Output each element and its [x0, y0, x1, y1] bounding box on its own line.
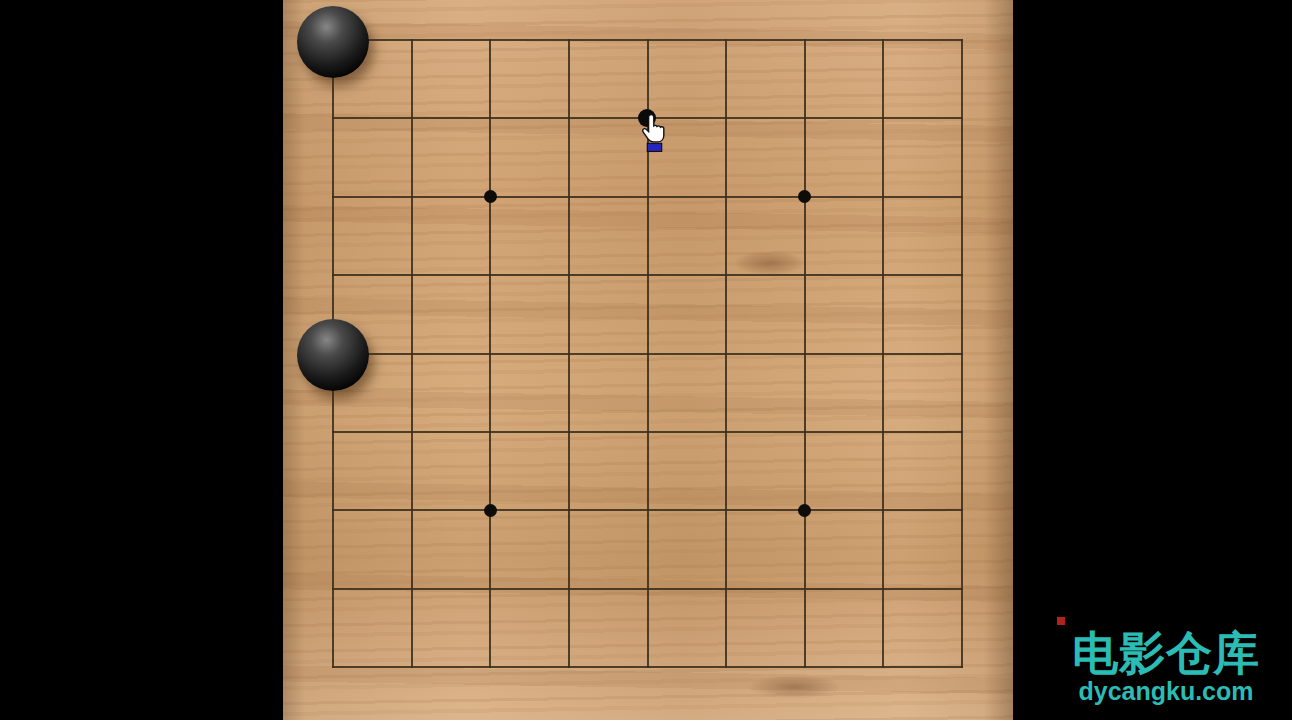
intersection-a9[interactable] [294, 1, 373, 79]
star-point-cell [451, 158, 530, 236]
star-point-cell [765, 471, 844, 549]
watermark: 电影仓库 dycangku.com [1070, 630, 1262, 704]
watermark-url: dycangku.com [1070, 679, 1262, 704]
intersection-a5[interactable] [294, 314, 373, 392]
star-point-cell [451, 471, 530, 549]
board-intersections-grid[interactable] [294, 1, 1002, 706]
black-stone-a9 [297, 6, 369, 78]
video-artifact [1057, 617, 1065, 625]
star-point [484, 190, 497, 203]
star-point [798, 190, 811, 203]
watermark-title: 电影仓库 [1070, 630, 1262, 676]
hand-cursor-hand [643, 114, 664, 141]
video-frame: 电影仓库 dycangku.com [0, 0, 1292, 720]
hand-cursor-icon [640, 113, 668, 153]
star-point [798, 504, 811, 517]
hand-cursor-cuff [647, 143, 662, 151]
black-stone-a5 [297, 319, 369, 391]
star-point-cell [765, 158, 844, 236]
star-point [484, 504, 497, 517]
